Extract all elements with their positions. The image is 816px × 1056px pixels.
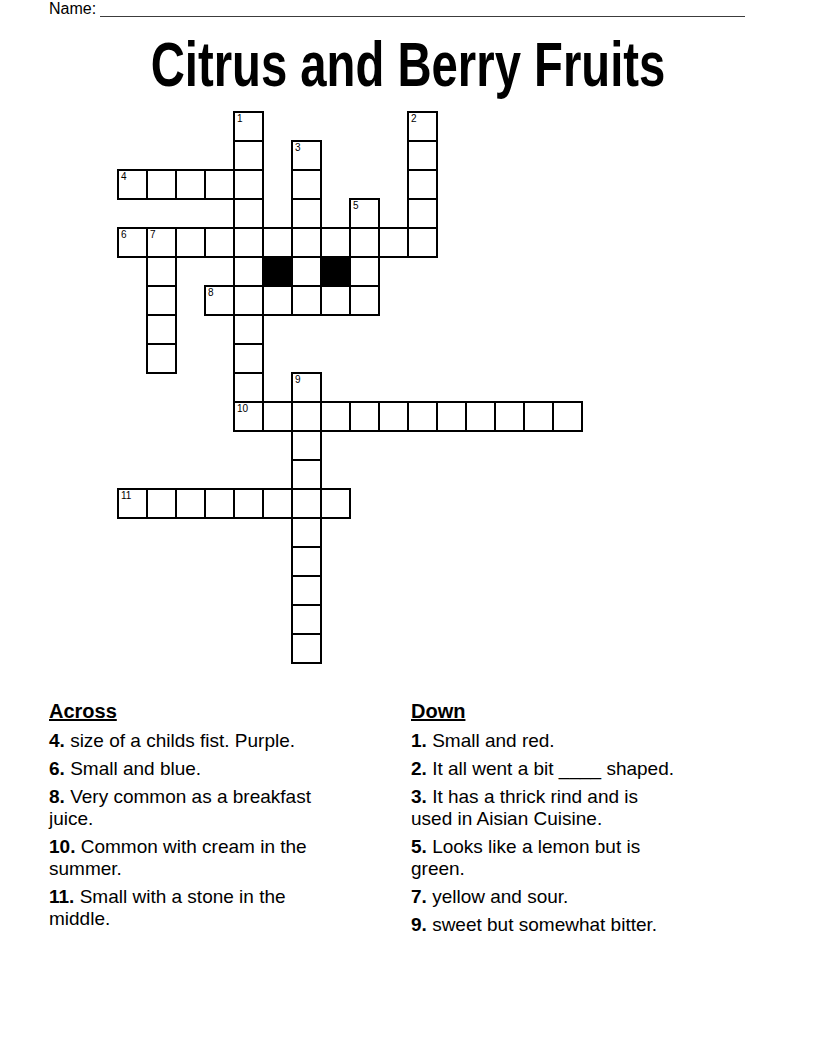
grid-cell[interactable] — [233, 343, 264, 374]
cell-number: 3 — [295, 142, 301, 153]
down-clues-list: 1. Small and red.2. It all went a bit __… — [411, 730, 751, 936]
grid-cell[interactable]: 8 — [204, 285, 235, 316]
clue-number: 6. — [49, 758, 65, 779]
grid-cell[interactable]: 10 — [233, 401, 264, 432]
grid-cell[interactable] — [204, 227, 235, 258]
page-title: Citrus and Berry Fruits — [102, 33, 714, 96]
grid-cell[interactable] — [291, 285, 322, 316]
grid-cell[interactable] — [349, 401, 380, 432]
grid-cell[interactable] — [407, 401, 438, 432]
black-cell — [320, 256, 351, 287]
grid-cell[interactable] — [291, 575, 322, 606]
cell-number: 7 — [150, 229, 156, 240]
grid-cell[interactable] — [233, 314, 264, 345]
clue-number: 1. — [411, 730, 427, 751]
grid-cell[interactable] — [320, 488, 351, 519]
grid-cell[interactable] — [320, 285, 351, 316]
grid-cell[interactable]: 3 — [291, 140, 322, 171]
grid-cell[interactable]: 2 — [407, 111, 438, 142]
grid-cell[interactable] — [291, 546, 322, 577]
grid-cell[interactable] — [262, 401, 293, 432]
grid-cell[interactable] — [407, 198, 438, 229]
grid-cell[interactable] — [233, 372, 264, 403]
grid-cell[interactable] — [233, 256, 264, 287]
clue-number: 3. — [411, 786, 427, 807]
grid-cell[interactable] — [175, 169, 206, 200]
grid-cell[interactable] — [291, 459, 322, 490]
clue-number: 9. — [411, 914, 427, 935]
grid-cell[interactable] — [146, 343, 177, 374]
grid-cell[interactable] — [233, 285, 264, 316]
grid-cell[interactable] — [494, 401, 525, 432]
grid-cell[interactable] — [291, 633, 322, 664]
down-heading: Down — [411, 700, 751, 722]
cell-number: 5 — [353, 200, 359, 211]
grid-cell[interactable] — [233, 169, 264, 200]
grid-cell[interactable]: 11 — [117, 488, 148, 519]
grid-cell[interactable] — [407, 227, 438, 258]
grid-cell[interactable] — [291, 604, 322, 635]
clue-across-10: 10. Common with cream in the summer. — [49, 836, 381, 880]
grid-cell[interactable]: 6 — [117, 227, 148, 258]
grid-cell[interactable] — [233, 198, 264, 229]
grid-cell[interactable]: 9 — [291, 372, 322, 403]
grid-cell[interactable] — [146, 314, 177, 345]
clue-number: 2. — [411, 758, 427, 779]
crossword-grid: 1234567891011 — [117, 111, 583, 664]
clue-across-8: 8. Very common as a breakfast juice. — [49, 786, 381, 830]
grid-cell[interactable] — [320, 227, 351, 258]
grid-cell[interactable] — [204, 488, 235, 519]
grid-cell[interactable] — [349, 227, 380, 258]
grid-cell[interactable] — [291, 517, 322, 548]
cell-number: 2 — [411, 113, 417, 124]
grid-cell[interactable] — [378, 227, 409, 258]
grid-cell[interactable] — [291, 488, 322, 519]
clue-number: 7. — [411, 886, 427, 907]
clue-across-11: 11. Small with a stone in the middle. — [49, 886, 381, 930]
down-clues: Down 1. Small and red.2. It all went a b… — [411, 700, 751, 942]
grid-cell[interactable] — [523, 401, 554, 432]
grid-cell[interactable] — [349, 256, 380, 287]
grid-cell[interactable] — [552, 401, 583, 432]
clue-across-4: 4. size of a childs fist. Purple. — [49, 730, 381, 752]
grid-cell[interactable] — [291, 401, 322, 432]
cell-number: 6 — [121, 229, 127, 240]
cell-number: 9 — [295, 374, 301, 385]
across-clues: Across 4. size of a childs fist. Purple.… — [49, 700, 381, 936]
name-line[interactable] — [100, 0, 745, 17]
clue-across-6: 6. Small and blue. — [49, 758, 381, 780]
clue-down-1: 1. Small and red. — [411, 730, 751, 752]
grid-cell[interactable] — [233, 227, 264, 258]
clue-number: 11. — [49, 886, 74, 907]
grid-cell[interactable] — [407, 169, 438, 200]
grid-cell[interactable] — [349, 285, 380, 316]
worksheet-page: Name: Citrus and Berry Fruits 1234567891… — [0, 0, 816, 1056]
black-cell — [262, 256, 293, 287]
grid-cell[interactable] — [175, 488, 206, 519]
grid-cell[interactable] — [175, 227, 206, 258]
grid-cell[interactable] — [262, 227, 293, 258]
grid-cell[interactable] — [146, 256, 177, 287]
cell-number: 8 — [208, 287, 214, 298]
grid-cell[interactable] — [233, 140, 264, 171]
clue-number: 5. — [411, 836, 427, 857]
grid-cell[interactable]: 7 — [146, 227, 177, 258]
grid-cell[interactable] — [262, 488, 293, 519]
across-clues-list: 4. size of a childs fist. Purple.6. Smal… — [49, 730, 381, 930]
clue-down-3: 3. It has a thrick rind and is used in A… — [411, 786, 751, 830]
across-heading: Across — [49, 700, 381, 722]
clue-number: 8. — [49, 786, 65, 807]
cell-number: 10 — [237, 403, 248, 414]
grid-cell[interactable] — [233, 488, 264, 519]
cell-number: 11 — [121, 490, 131, 501]
grid-cell[interactable]: 5 — [349, 198, 380, 229]
grid-cell[interactable] — [146, 488, 177, 519]
clue-down-7: 7. yellow and sour. — [411, 886, 751, 908]
grid-cell[interactable]: 1 — [233, 111, 264, 142]
grid-cell[interactable] — [291, 198, 322, 229]
grid-cell[interactable] — [407, 140, 438, 171]
grid-cell[interactable] — [291, 430, 322, 461]
grid-cell[interactable] — [204, 169, 235, 200]
grid-cell[interactable] — [291, 169, 322, 200]
grid-cell[interactable] — [436, 401, 467, 432]
grid-cell[interactable] — [146, 169, 177, 200]
clue-number: 4. — [49, 730, 65, 751]
grid-cell[interactable] — [291, 256, 322, 287]
grid-cell[interactable] — [378, 401, 409, 432]
cell-number: 4 — [121, 171, 127, 182]
grid-cell[interactable] — [262, 285, 293, 316]
cell-number: 1 — [237, 113, 243, 124]
clue-down-9: 9. sweet but somewhat bitter. — [411, 914, 751, 936]
grid-cell[interactable] — [465, 401, 496, 432]
grid-cell[interactable] — [320, 401, 351, 432]
clue-down-5: 5. Looks like a lemon but is green. — [411, 836, 751, 880]
name-label: Name: — [49, 0, 96, 18]
grid-cell[interactable] — [291, 227, 322, 258]
grid-cell[interactable]: 4 — [117, 169, 148, 200]
grid-cell[interactable] — [146, 285, 177, 316]
clue-number: 10. — [49, 836, 75, 857]
clue-down-2: 2. It all went a bit ____ shaped. — [411, 758, 751, 780]
